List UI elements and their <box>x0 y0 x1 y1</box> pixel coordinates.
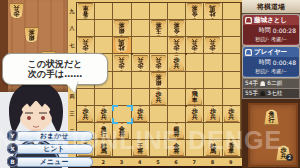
shogi-piece-金[interactable]: 金将 <box>169 140 184 156</box>
square-6五[interactable] <box>168 72 186 89</box>
shogi-piece-歩[interactable]: 歩兵 <box>114 55 129 71</box>
file-label-2: 2 <box>94 159 112 165</box>
square-9四[interactable] <box>223 89 241 106</box>
shogi-piece-銀[interactable]: 銀将 <box>24 27 39 43</box>
square-3五[interactable] <box>113 72 131 89</box>
shogi-piece-桂[interactable]: 桂馬 <box>205 3 220 19</box>
square-7一[interactable] <box>186 140 204 157</box>
square-6八[interactable]: 金将 <box>168 20 186 37</box>
square-7五[interactable] <box>186 72 204 89</box>
captured-piece-歩[interactable]: 歩兵 <box>9 3 23 18</box>
square-4二[interactable] <box>132 123 150 140</box>
move-54-number: 54手 <box>245 79 258 88</box>
gote-time: 0:00:48 <box>273 59 296 66</box>
square-7八[interactable] <box>186 20 204 37</box>
square-3七[interactable]: 桂馬 <box>113 37 131 54</box>
square-3二[interactable]: 金将 <box>113 123 131 140</box>
square-8五[interactable] <box>204 72 222 89</box>
square-4三[interactable]: 歩兵 <box>132 106 150 123</box>
shogi-piece-香[interactable]: 香車 <box>224 140 239 156</box>
shogi-game-screen: 歩兵銀将歩兵 この状況だと 次の手は…… Y おまかせ X ヒント B メニュー <box>0 0 300 168</box>
auto-move-label: おまかせ <box>15 131 93 141</box>
shogi-piece-歩[interactable]: 歩兵 <box>78 106 93 122</box>
shogi-piece-歩[interactable]: 歩兵 <box>169 37 184 53</box>
square-5一[interactable] <box>150 140 168 157</box>
player-card-sente: 藤城さとし 時間 0:00:28 秒読/- 考慮/-- <box>243 15 299 45</box>
file-label-7: 7 <box>185 159 203 165</box>
shogi-piece-桂[interactable]: 桂馬 <box>205 140 220 156</box>
square-3六[interactable]: 歩兵 <box>113 54 131 71</box>
square-3九[interactable] <box>113 3 131 20</box>
square-4五[interactable] <box>132 72 150 89</box>
rank-label-七: 七 <box>68 42 76 48</box>
shogi-piece-飛[interactable]: 飛車 <box>187 89 202 105</box>
square-1七[interactable]: 歩兵 <box>77 37 95 54</box>
square-2四[interactable] <box>95 89 113 106</box>
file-label-9: 9 <box>222 159 240 165</box>
captured-piece-歩[interactable]: 歩兵2 <box>276 145 290 160</box>
menu-button[interactable]: B メニュー <box>7 156 93 167</box>
file-label-8: 8 <box>203 159 221 165</box>
square-9五[interactable] <box>223 72 241 89</box>
square-5七[interactable] <box>150 37 168 54</box>
square-7九[interactable]: 金将 <box>186 3 204 20</box>
square-7三[interactable]: 歩兵 <box>186 106 204 123</box>
character-portrait <box>0 80 72 168</box>
y-button-icon: Y <box>7 130 18 141</box>
gote-move-icon <box>260 81 265 86</box>
sente-move-icon <box>260 91 265 96</box>
file-label-4: 4 <box>131 159 149 165</box>
speech-bubble: この状況だと 次の手は…… <box>2 53 108 85</box>
square-2一[interactable]: 桂馬 <box>95 140 113 157</box>
square-8六[interactable] <box>204 54 222 71</box>
move-55-text: 3七桂 <box>267 89 282 98</box>
shogi-piece-角[interactable]: 角行 <box>264 109 279 125</box>
move-54-text: 6二銀 <box>267 79 282 88</box>
square-7四[interactable]: 飛車 <box>186 89 204 106</box>
square-1九[interactable]: 香車 <box>77 3 95 20</box>
shogi-piece-角[interactable]: 角行 <box>96 123 111 139</box>
rank-label-八: 八 <box>68 25 76 31</box>
auto-move-button[interactable]: Y おまかせ <box>7 130 93 141</box>
square-5四[interactable]: 歩兵 <box>150 89 168 106</box>
shogi-piece-歩[interactable]: 歩兵 <box>133 55 148 71</box>
square-7七[interactable]: 歩兵 <box>186 37 204 54</box>
square-5六[interactable]: 歩兵 <box>150 54 168 71</box>
square-4四[interactable] <box>132 89 150 106</box>
square-9二[interactable] <box>223 123 241 140</box>
selection-cursor[interactable] <box>112 105 132 124</box>
shogi-piece-玉[interactable]: 玉将 <box>151 20 166 36</box>
square-6七[interactable]: 歩兵 <box>168 37 186 54</box>
square-3一[interactable] <box>113 140 131 157</box>
gote-piece-icon <box>245 49 252 56</box>
sente-time-label: 時間 <box>259 26 271 35</box>
panel-title: 将棋道場 <box>242 0 300 14</box>
shogi-piece-歩[interactable]: 歩兵 <box>78 37 93 53</box>
square-7二[interactable] <box>186 123 204 140</box>
file-label-3: 3 <box>112 159 130 165</box>
info-panel: 将棋道場 藤城さとし 時間 0:00:28 秒読/- 考慮/-- プレイヤー 時… <box>242 0 300 168</box>
file-label-6: 6 <box>167 159 185 165</box>
square-5九[interactable] <box>150 3 168 20</box>
shogi-piece-金[interactable]: 金将 <box>187 3 202 19</box>
sente-stats: 秒読/- 考慮/-- <box>243 35 299 44</box>
square-4六[interactable]: 歩兵 <box>132 54 150 71</box>
shogi-piece-銀[interactable]: 銀将 <box>114 20 129 36</box>
square-2三[interactable]: 歩兵 <box>95 106 113 123</box>
square-6九[interactable] <box>168 3 186 20</box>
square-6四[interactable] <box>168 89 186 106</box>
hint-label: ヒント <box>15 144 93 154</box>
menu-label: メニュー <box>15 157 93 167</box>
square-4七[interactable] <box>132 37 150 54</box>
captured-count-badge: 2 <box>286 154 293 161</box>
shogi-piece-桂[interactable]: 桂馬 <box>114 37 129 53</box>
player-captured-piece-stand: 角行歩兵2 <box>248 103 298 167</box>
gote-stats: 秒読/- 考慮/-- <box>243 67 299 76</box>
square-2八[interactable] <box>95 20 113 37</box>
square-4一[interactable]: 王将 <box>132 140 150 157</box>
square-2九[interactable] <box>95 3 113 20</box>
square-1三[interactable]: 歩兵 <box>77 106 95 123</box>
gote-time-label: 時間 <box>259 58 271 67</box>
file-label-5: 5 <box>149 159 167 165</box>
shogi-piece-歩[interactable]: 歩兵 <box>151 89 166 105</box>
shogi-piece-歩[interactable]: 歩兵 <box>169 55 184 71</box>
shogi-piece-銀[interactable]: 銀将 <box>169 123 184 139</box>
square-6三[interactable] <box>168 106 186 123</box>
move-list-row-55: 55手 3七桂 <box>243 89 299 98</box>
sente-name: 藤城さとし <box>254 16 287 25</box>
square-9一[interactable]: 香車 <box>223 140 241 157</box>
shogi-piece-歩[interactable]: 歩兵 <box>9 3 24 19</box>
shogi-piece-歩[interactable]: 歩兵 <box>133 106 148 122</box>
square-8七[interactable]: 歩兵 <box>204 37 222 54</box>
square-9六[interactable] <box>223 54 241 71</box>
square-9九[interactable] <box>223 3 241 20</box>
square-5二[interactable] <box>150 123 168 140</box>
square-5五[interactable]: 銀将 <box>150 72 168 89</box>
b-button-icon: B <box>7 156 18 167</box>
shogi-piece-歩[interactable]: 歩兵 <box>187 37 202 53</box>
square-2二[interactable]: 角行 <box>95 123 113 140</box>
shogi-piece-歩[interactable]: 歩兵 <box>205 37 220 53</box>
square-3四[interactable] <box>113 89 131 106</box>
captured-piece-角[interactable]: 角行 <box>264 109 278 124</box>
square-1八[interactable] <box>77 20 95 37</box>
sente-piece-icon <box>245 17 252 24</box>
speech-line-1: この状況だと <box>28 59 83 70</box>
shogi-piece-王[interactable]: 王将 <box>133 140 148 156</box>
shogi-piece-歩[interactable]: 歩兵 <box>151 55 166 71</box>
square-8一[interactable]: 桂馬 <box>204 140 222 157</box>
square-8八[interactable] <box>204 20 222 37</box>
square-9七[interactable] <box>223 37 241 54</box>
square-5八[interactable]: 玉将 <box>150 20 168 37</box>
shogi-piece-桂[interactable]: 桂馬 <box>96 140 111 156</box>
sente-time: 0:00:28 <box>273 27 296 34</box>
captured-piece-銀[interactable]: 銀将 <box>24 27 38 42</box>
x-button-icon: X <box>7 143 18 154</box>
shogi-piece-歩[interactable]: 歩兵 <box>96 106 111 122</box>
square-6六[interactable]: 歩兵 <box>168 54 186 71</box>
shogi-piece-歩[interactable]: 歩兵 <box>205 106 220 122</box>
square-6二[interactable]: 銀将 <box>168 123 186 140</box>
rank-label-九: 九 <box>68 8 76 14</box>
square-4九[interactable] <box>132 3 150 20</box>
shogi-piece-歩[interactable]: 歩兵 <box>187 106 202 122</box>
shogi-piece-金[interactable]: 金将 <box>169 20 184 36</box>
square-8三[interactable]: 歩兵 <box>204 106 222 123</box>
square-3八[interactable]: 銀将 <box>113 20 131 37</box>
square-9三[interactable]: 歩兵 <box>223 106 241 123</box>
square-4八[interactable] <box>132 20 150 37</box>
player-captured-area: 角行歩兵2 <box>242 99 300 168</box>
shogi-piece-銀[interactable]: 銀将 <box>151 72 166 88</box>
square-5三[interactable] <box>150 106 168 123</box>
hint-button[interactable]: X ヒント <box>7 143 93 154</box>
speech-line-2: 次の手は…… <box>28 69 82 80</box>
move-list-row-54: 54手 6二銀 <box>243 79 299 88</box>
player-card-gote: プレイヤー 時間 0:00:48 秒読/- 考慮/-- <box>243 47 299 77</box>
move-55-number: 55手 <box>245 89 258 98</box>
shogi-piece-金[interactable]: 金将 <box>114 123 129 139</box>
square-8四[interactable] <box>204 89 222 106</box>
square-8二[interactable] <box>204 123 222 140</box>
square-2七[interactable] <box>95 37 113 54</box>
shogi-piece-歩[interactable]: 歩兵 <box>224 106 239 122</box>
square-8九[interactable]: 桂馬 <box>204 3 222 20</box>
gote-name: プレイヤー <box>254 48 287 57</box>
shogi-piece-香[interactable]: 香車 <box>78 3 93 19</box>
square-9八[interactable] <box>223 20 241 37</box>
square-7六[interactable] <box>186 54 204 71</box>
square-6一[interactable]: 金将 <box>168 140 186 157</box>
